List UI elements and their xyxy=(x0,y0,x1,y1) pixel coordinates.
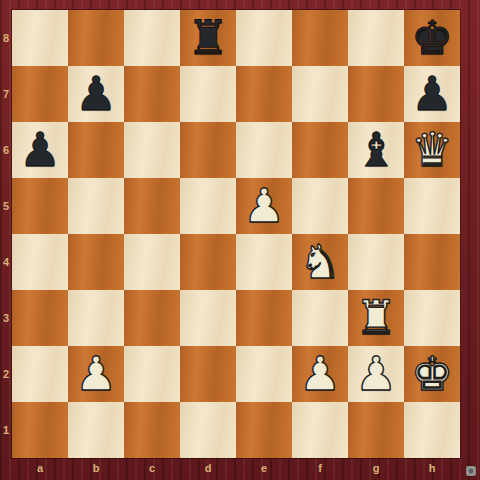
rank-label-4: 4 xyxy=(0,234,12,290)
piece-black-bishop[interactable]: ♝ xyxy=(348,122,404,178)
square-b5[interactable] xyxy=(68,178,124,234)
file-label-b: b xyxy=(68,458,124,480)
square-g1[interactable] xyxy=(348,402,404,458)
square-g7[interactable] xyxy=(348,66,404,122)
square-f1[interactable] xyxy=(292,402,348,458)
rank-coordinates: 87654321 xyxy=(0,10,12,458)
rank-label-3: 3 xyxy=(0,290,12,346)
square-d2[interactable] xyxy=(180,346,236,402)
square-e2[interactable] xyxy=(236,346,292,402)
square-a8[interactable] xyxy=(12,10,68,66)
square-e5[interactable]: ♟ xyxy=(236,178,292,234)
file-label-a: a xyxy=(12,458,68,480)
square-f4[interactable]: ♞ xyxy=(292,234,348,290)
piece-black-pawn[interactable]: ♟ xyxy=(404,66,460,122)
square-d8[interactable]: ♜ xyxy=(180,10,236,66)
square-f2[interactable]: ♟ xyxy=(292,346,348,402)
square-g5[interactable] xyxy=(348,178,404,234)
square-a5[interactable] xyxy=(12,178,68,234)
square-e8[interactable] xyxy=(236,10,292,66)
chessboard-frame: ♜♚♟♟♟♝♛♟♞♜♟♟♟♚ 87654321 abcdefgh xyxy=(0,0,480,480)
square-c8[interactable] xyxy=(124,10,180,66)
square-c3[interactable] xyxy=(124,290,180,346)
square-g4[interactable] xyxy=(348,234,404,290)
file-label-h: h xyxy=(404,458,460,480)
square-b6[interactable] xyxy=(68,122,124,178)
square-b4[interactable] xyxy=(68,234,124,290)
square-g2[interactable]: ♟ xyxy=(348,346,404,402)
square-b7[interactable]: ♟ xyxy=(68,66,124,122)
square-d1[interactable] xyxy=(180,402,236,458)
file-label-c: c xyxy=(124,458,180,480)
square-a2[interactable] xyxy=(12,346,68,402)
square-g6[interactable]: ♝ xyxy=(348,122,404,178)
square-d7[interactable] xyxy=(180,66,236,122)
square-e4[interactable] xyxy=(236,234,292,290)
piece-white-pawn[interactable]: ♟ xyxy=(68,346,124,402)
square-g8[interactable] xyxy=(348,10,404,66)
piece-white-rook[interactable]: ♜ xyxy=(348,290,404,346)
square-g3[interactable]: ♜ xyxy=(348,290,404,346)
square-f7[interactable] xyxy=(292,66,348,122)
square-e1[interactable] xyxy=(236,402,292,458)
square-c5[interactable] xyxy=(124,178,180,234)
file-coordinates: abcdefgh xyxy=(12,458,460,480)
square-h6[interactable]: ♛ xyxy=(404,122,460,178)
piece-black-rook[interactable]: ♜ xyxy=(180,10,236,66)
square-b2[interactable]: ♟ xyxy=(68,346,124,402)
square-a7[interactable] xyxy=(12,66,68,122)
square-d4[interactable] xyxy=(180,234,236,290)
square-a4[interactable] xyxy=(12,234,68,290)
square-f8[interactable] xyxy=(292,10,348,66)
square-d3[interactable] xyxy=(180,290,236,346)
square-c1[interactable] xyxy=(124,402,180,458)
piece-black-king[interactable]: ♚ xyxy=(404,10,460,66)
square-c6[interactable] xyxy=(124,122,180,178)
piece-white-pawn[interactable]: ♟ xyxy=(292,346,348,402)
piece-white-pawn[interactable]: ♟ xyxy=(348,346,404,402)
square-f5[interactable] xyxy=(292,178,348,234)
square-c4[interactable] xyxy=(124,234,180,290)
square-e6[interactable] xyxy=(236,122,292,178)
rank-label-1: 1 xyxy=(0,402,12,458)
rank-label-8: 8 xyxy=(0,10,12,66)
square-a3[interactable] xyxy=(12,290,68,346)
square-e7[interactable] xyxy=(236,66,292,122)
square-e3[interactable] xyxy=(236,290,292,346)
square-b1[interactable] xyxy=(68,402,124,458)
corner-marker-icon xyxy=(466,466,476,476)
square-f6[interactable] xyxy=(292,122,348,178)
square-h1[interactable] xyxy=(404,402,460,458)
piece-white-pawn[interactable]: ♟ xyxy=(236,178,292,234)
file-label-e: e xyxy=(236,458,292,480)
rank-label-7: 7 xyxy=(0,66,12,122)
piece-white-knight[interactable]: ♞ xyxy=(292,234,348,290)
piece-white-queen[interactable]: ♛ xyxy=(404,122,460,178)
rank-label-6: 6 xyxy=(0,122,12,178)
chessboard: ♜♚♟♟♟♝♛♟♞♜♟♟♟♚ xyxy=(12,10,460,458)
square-a1[interactable] xyxy=(12,402,68,458)
file-label-g: g xyxy=(348,458,404,480)
square-h7[interactable]: ♟ xyxy=(404,66,460,122)
square-b8[interactable] xyxy=(68,10,124,66)
square-h3[interactable] xyxy=(404,290,460,346)
square-h5[interactable] xyxy=(404,178,460,234)
square-a6[interactable]: ♟ xyxy=(12,122,68,178)
rank-label-5: 5 xyxy=(0,178,12,234)
square-f3[interactable] xyxy=(292,290,348,346)
square-h8[interactable]: ♚ xyxy=(404,10,460,66)
square-b3[interactable] xyxy=(68,290,124,346)
piece-black-pawn[interactable]: ♟ xyxy=(12,122,68,178)
square-d5[interactable] xyxy=(180,178,236,234)
rank-label-2: 2 xyxy=(0,346,12,402)
square-d6[interactable] xyxy=(180,122,236,178)
piece-black-pawn[interactable]: ♟ xyxy=(68,66,124,122)
square-h2[interactable]: ♚ xyxy=(404,346,460,402)
square-h4[interactable] xyxy=(404,234,460,290)
file-label-f: f xyxy=(292,458,348,480)
square-c2[interactable] xyxy=(124,346,180,402)
file-label-d: d xyxy=(180,458,236,480)
square-c7[interactable] xyxy=(124,66,180,122)
piece-white-king[interactable]: ♚ xyxy=(404,346,460,402)
